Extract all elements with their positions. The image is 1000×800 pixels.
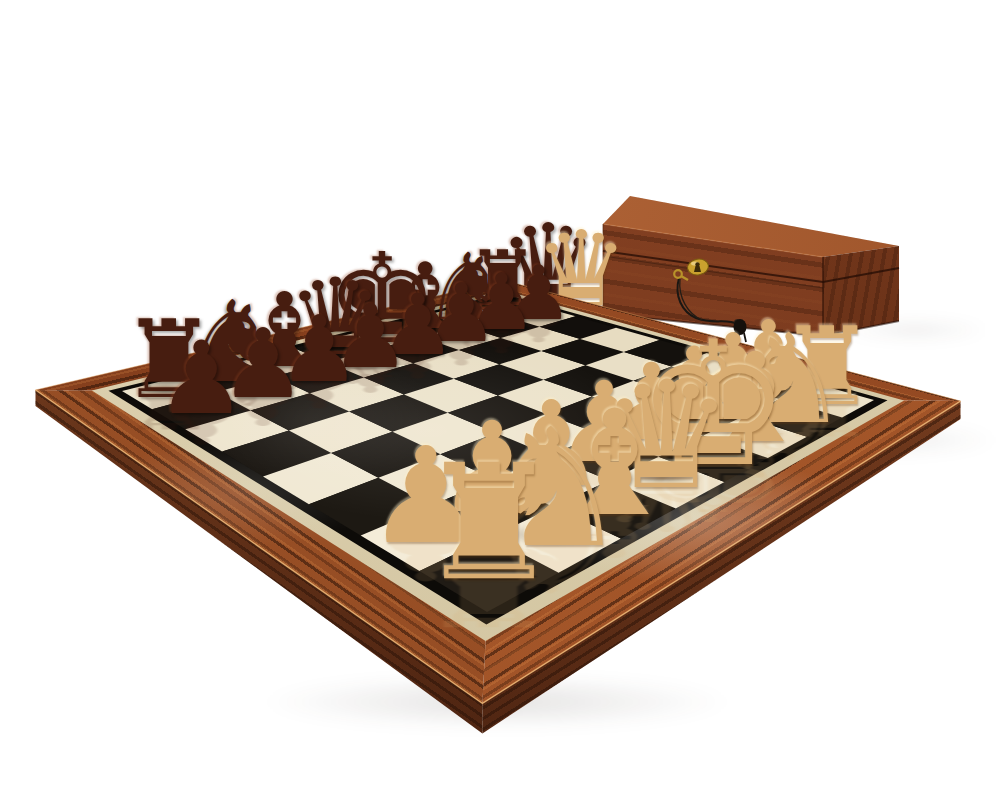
piece-dark-pawn-a7: ♟ [156, 329, 246, 430]
piece-light-rook-a1: ♜ [417, 444, 560, 604]
render-root: ♛♛♜♞♟♝♟♚♟♛♟♝♟♞♟♟♜♟♟♜♟♟♞♟♝♟♚♟♛♟♝♟♞♜♜♞♟♝♟♚… [0, 0, 1000, 800]
chess-set-product-photo: ♛♛♜♞♟♝♟♚♟♛♟♝♟♞♟♟♜♟♟♜♟♟♞♟♝♟♚♟♛♟♝♟♞♜♜♞♟♝♟♚… [0, 0, 1000, 800]
